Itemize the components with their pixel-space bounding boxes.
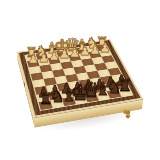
folding-chess-set [17,39,144,117]
clasp-hook-icon [125,113,131,119]
chess-board-grid [24,43,133,111]
brass-clasp [123,110,133,120]
square-a8 [118,88,133,97]
product-photo-scene: ♜♞♝♚♛♝♞♜♟♟♟♟♟♟♟♟♟♟♟♟♟♟♟♟♜♞♝♚♛♝♞♜ [0,0,160,160]
